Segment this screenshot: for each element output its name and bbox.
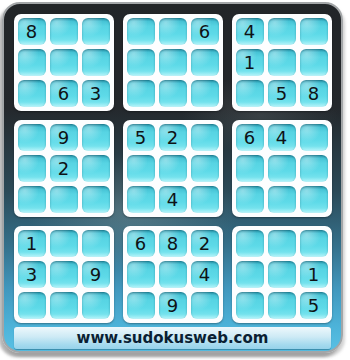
sudoku-cell-r2c3[interactable]: [82, 49, 110, 76]
sudoku-cell-r9c1[interactable]: [18, 292, 46, 319]
sudoku-cell-r5c8[interactable]: [268, 155, 296, 182]
sudoku-box-1: 863: [14, 14, 114, 111]
sudoku-cell-r9c4[interactable]: [127, 292, 155, 319]
sudoku-cell-r7c2[interactable]: [50, 230, 78, 257]
sudoku-cell-r2c6[interactable]: [191, 49, 219, 76]
sudoku-box-5: 524: [123, 120, 223, 217]
sudoku-cell-r7c8[interactable]: [268, 230, 296, 257]
sudoku-cell-r4c3[interactable]: [82, 124, 110, 151]
sudoku-cell-r3c3[interactable]: 3: [82, 80, 110, 107]
sudoku-cell-r5c2[interactable]: 2: [50, 155, 78, 182]
sudoku-cell-r9c8[interactable]: [268, 292, 296, 319]
sudoku-cell-r8c4[interactable]: [127, 261, 155, 288]
sudoku-cell-r1c7[interactable]: 4: [236, 18, 264, 45]
site-url-label: www.sudokusweb.com: [77, 329, 269, 347]
sudoku-cell-r5c4[interactable]: [127, 155, 155, 182]
sudoku-cell-r8c2[interactable]: [50, 261, 78, 288]
sudoku-board: 8636415892524641396824915: [14, 14, 332, 323]
sudoku-cell-r1c3[interactable]: [82, 18, 110, 45]
sudoku-cell-r4c5[interactable]: 2: [159, 124, 187, 151]
sudoku-cell-r8c8[interactable]: [268, 261, 296, 288]
sudoku-cell-r4c6[interactable]: [191, 124, 219, 151]
sudoku-cell-r2c5[interactable]: [159, 49, 187, 76]
sudoku-cell-r5c7[interactable]: [236, 155, 264, 182]
sudoku-cell-r6c2[interactable]: [50, 186, 78, 213]
sudoku-cell-r5c3[interactable]: [82, 155, 110, 182]
sudoku-cell-r1c5[interactable]: [159, 18, 187, 45]
sudoku-cell-r3c5[interactable]: [159, 80, 187, 107]
sudoku-box-6: 64: [232, 120, 332, 217]
sudoku-cell-r4c9[interactable]: [300, 124, 328, 151]
sudoku-cell-r4c1[interactable]: [18, 124, 46, 151]
sudoku-cell-r7c7[interactable]: [236, 230, 264, 257]
sudoku-cell-r8c3[interactable]: 9: [82, 261, 110, 288]
sudoku-cell-r9c2[interactable]: [50, 292, 78, 319]
sudoku-cell-r1c8[interactable]: [268, 18, 296, 45]
sudoku-cell-r1c9[interactable]: [300, 18, 328, 45]
sudoku-cell-r4c2[interactable]: 9: [50, 124, 78, 151]
sudoku-cell-r2c9[interactable]: [300, 49, 328, 76]
sudoku-cell-r8c6[interactable]: 4: [191, 261, 219, 288]
sudoku-cell-r3c8[interactable]: 5: [268, 80, 296, 107]
sudoku-box-8: 68249: [123, 226, 223, 323]
sudoku-box-2: 6: [123, 14, 223, 111]
sudoku-box-3: 4158: [232, 14, 332, 111]
sudoku-cell-r1c4[interactable]: [127, 18, 155, 45]
sudoku-cell-r7c5[interactable]: 8: [159, 230, 187, 257]
sudoku-cell-r2c7[interactable]: 1: [236, 49, 264, 76]
sudoku-cell-r5c1[interactable]: [18, 155, 46, 182]
sudoku-box-7: 139: [14, 226, 114, 323]
sudoku-cell-r9c3[interactable]: [82, 292, 110, 319]
sudoku-cell-r7c1[interactable]: 1: [18, 230, 46, 257]
sudoku-cell-r4c7[interactable]: 6: [236, 124, 264, 151]
sudoku-cell-r8c7[interactable]: [236, 261, 264, 288]
sudoku-cell-r2c1[interactable]: [18, 49, 46, 76]
sudoku-cell-r8c9[interactable]: 1: [300, 261, 328, 288]
sudoku-cell-r3c6[interactable]: [191, 80, 219, 107]
sudoku-cell-r5c6[interactable]: [191, 155, 219, 182]
sudoku-cell-r4c4[interactable]: 5: [127, 124, 155, 151]
sudoku-cell-r6c9[interactable]: [300, 186, 328, 213]
sudoku-cell-r3c4[interactable]: [127, 80, 155, 107]
sudoku-cell-r3c9[interactable]: 8: [300, 80, 328, 107]
sudoku-cell-r7c6[interactable]: 2: [191, 230, 219, 257]
sudoku-cell-r6c3[interactable]: [82, 186, 110, 213]
sudoku-cell-r9c7[interactable]: [236, 292, 264, 319]
sudoku-cell-r6c8[interactable]: [268, 186, 296, 213]
sudoku-cell-r5c5[interactable]: [159, 155, 187, 182]
sudoku-cell-r9c9[interactable]: 5: [300, 292, 328, 319]
sudoku-puzzle: 8636415892524641396824915 www.sudokusweb…: [0, 0, 350, 360]
sudoku-cell-r7c9[interactable]: [300, 230, 328, 257]
sudoku-cell-r3c2[interactable]: 6: [50, 80, 78, 107]
sudoku-cell-r6c5[interactable]: 4: [159, 186, 187, 213]
sudoku-cell-r8c5[interactable]: [159, 261, 187, 288]
sudoku-box-4: 92: [14, 120, 114, 217]
sudoku-cell-r4c8[interactable]: 4: [268, 124, 296, 151]
footer-band: www.sudokusweb.com: [14, 327, 331, 349]
sudoku-cell-r2c4[interactable]: [127, 49, 155, 76]
sudoku-cell-r1c2[interactable]: [50, 18, 78, 45]
sudoku-cell-r9c5[interactable]: 9: [159, 292, 187, 319]
puzzle-frame: 8636415892524641396824915 www.sudokusweb…: [2, 2, 343, 353]
sudoku-cell-r3c7[interactable]: [236, 80, 264, 107]
sudoku-cell-r1c6[interactable]: 6: [191, 18, 219, 45]
sudoku-cell-r8c1[interactable]: 3: [18, 261, 46, 288]
sudoku-cell-r6c6[interactable]: [191, 186, 219, 213]
sudoku-cell-r5c9[interactable]: [300, 155, 328, 182]
sudoku-cell-r6c4[interactable]: [127, 186, 155, 213]
sudoku-cell-r6c7[interactable]: [236, 186, 264, 213]
sudoku-cell-r9c6[interactable]: [191, 292, 219, 319]
sudoku-cell-r7c3[interactable]: [82, 230, 110, 257]
sudoku-cell-r3c1[interactable]: [18, 80, 46, 107]
sudoku-box-9: 15: [232, 226, 332, 323]
sudoku-cell-r2c2[interactable]: [50, 49, 78, 76]
sudoku-cell-r7c4[interactable]: 6: [127, 230, 155, 257]
sudoku-cell-r6c1[interactable]: [18, 186, 46, 213]
sudoku-cell-r1c1[interactable]: 8: [18, 18, 46, 45]
sudoku-cell-r2c8[interactable]: [268, 49, 296, 76]
